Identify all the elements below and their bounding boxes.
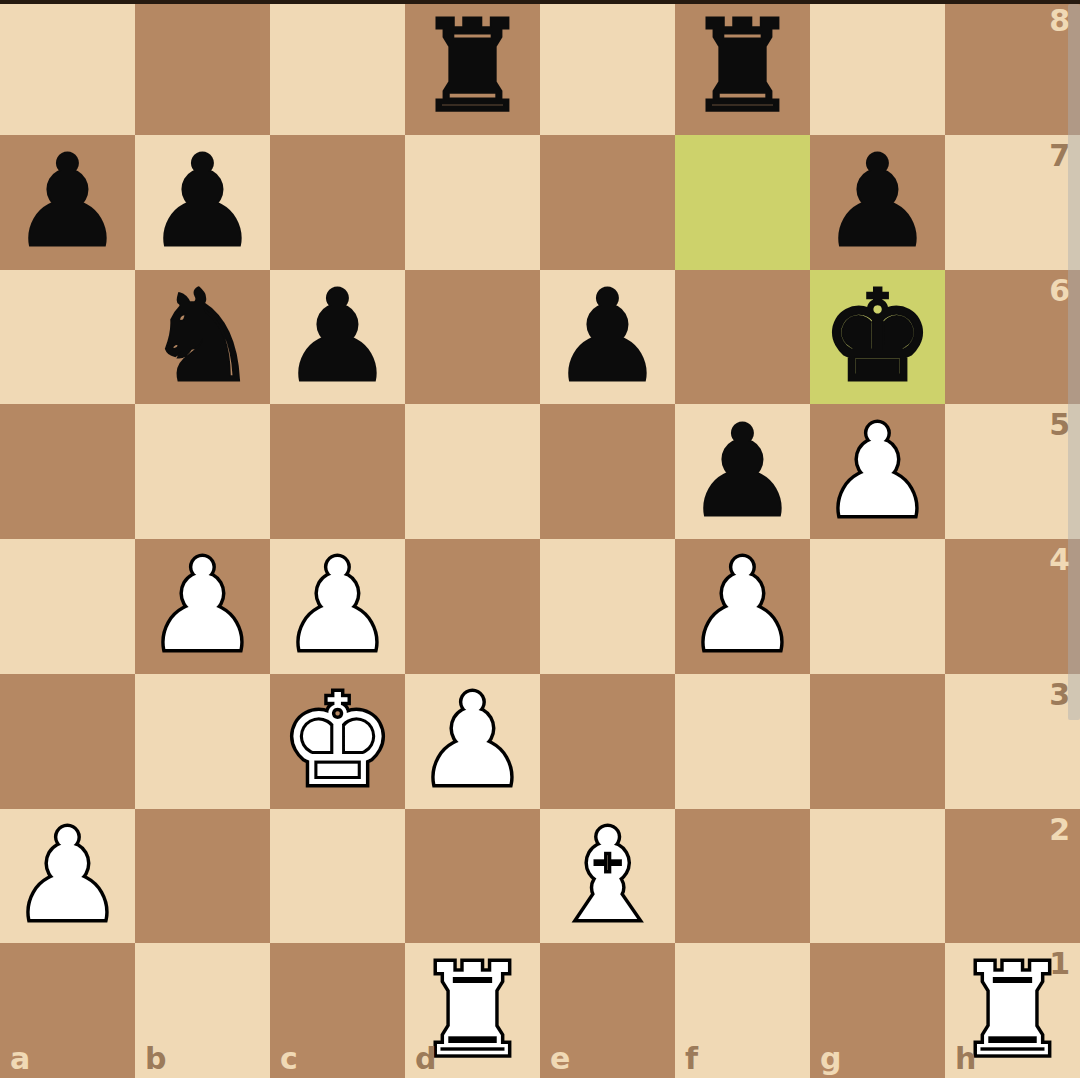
- square-b3[interactable]: [135, 674, 270, 809]
- square-h5[interactable]: 5: [945, 404, 1080, 539]
- square-h7[interactable]: 7: [945, 135, 1080, 270]
- black-pawn[interactable]: ♟♟: [135, 135, 270, 270]
- black-pawn[interactable]: ♟♟: [270, 270, 405, 405]
- square-a2[interactable]: ♟♟: [0, 809, 135, 944]
- square-c4[interactable]: ♟♟: [270, 539, 405, 674]
- square-a8[interactable]: [0, 0, 135, 135]
- square-f4[interactable]: ♟♟: [675, 539, 810, 674]
- coord-rank-8: 8: [1049, 6, 1070, 36]
- black-pawn-glyph: ♟: [540, 270, 675, 405]
- black-pawn-glyph: ♟: [270, 270, 405, 405]
- square-e2[interactable]: ♝♝: [540, 809, 675, 944]
- white-pawn-glyph: ♟: [270, 539, 405, 674]
- square-c3[interactable]: ♚♚: [270, 674, 405, 809]
- square-c2[interactable]: [270, 809, 405, 944]
- chess-app: ♜♜♜♜8♟♟♟♟♟♟7♞♞♟♟♟♟♚♚6♟♟♟♟5♟♟♟♟♟♟4♚♚♟♟3♟♟…: [0, 0, 1080, 1078]
- coord-file-b: b: [145, 1044, 166, 1074]
- square-c8[interactable]: [270, 0, 405, 135]
- square-h1[interactable]: ♜♜h1: [945, 943, 1080, 1078]
- square-b8[interactable]: [135, 0, 270, 135]
- white-pawn[interactable]: ♟♟: [270, 539, 405, 674]
- square-d8[interactable]: ♜♜: [405, 0, 540, 135]
- black-pawn[interactable]: ♟♟: [675, 404, 810, 539]
- white-pawn[interactable]: ♟♟: [0, 809, 135, 944]
- square-a7[interactable]: ♟♟: [0, 135, 135, 270]
- coord-rank-6: 6: [1049, 276, 1070, 306]
- black-knight-glyph: ♞: [135, 270, 270, 405]
- square-d7[interactable]: [405, 135, 540, 270]
- black-rook-glyph: ♜: [405, 0, 540, 135]
- chess-board: ♜♜♜♜8♟♟♟♟♟♟7♞♞♟♟♟♟♚♚6♟♟♟♟5♟♟♟♟♟♟4♚♚♟♟3♟♟…: [0, 0, 1080, 1078]
- black-king-glyph: ♚: [810, 270, 945, 405]
- square-e7[interactable]: [540, 135, 675, 270]
- coord-file-a: a: [10, 1044, 30, 1074]
- white-pawn-glyph: ♟: [810, 404, 945, 539]
- black-pawn[interactable]: ♟♟: [0, 135, 135, 270]
- black-pawn-glyph: ♟: [0, 135, 135, 270]
- square-d5[interactable]: [405, 404, 540, 539]
- square-f1[interactable]: f: [675, 943, 810, 1078]
- white-king[interactable]: ♚♚: [270, 674, 405, 809]
- square-h8[interactable]: 8: [945, 0, 1080, 135]
- white-pawn-glyph: ♟: [675, 539, 810, 674]
- square-b5[interactable]: [135, 404, 270, 539]
- black-pawn-glyph: ♟: [675, 404, 810, 539]
- white-rook-glyph: ♜: [405, 943, 540, 1078]
- white-rook-glyph: ♜: [945, 943, 1080, 1078]
- square-d2[interactable]: [405, 809, 540, 944]
- square-g3[interactable]: [810, 674, 945, 809]
- coord-rank-2: 2: [1049, 815, 1070, 845]
- square-c1[interactable]: c: [270, 943, 405, 1078]
- black-pawn-glyph: ♟: [810, 135, 945, 270]
- scrollbar-thumb[interactable]: [1068, 4, 1080, 720]
- white-rook[interactable]: ♜♜: [945, 943, 1080, 1078]
- square-h4[interactable]: 4: [945, 539, 1080, 674]
- square-g2[interactable]: [810, 809, 945, 944]
- coord-rank-5: 5: [1049, 410, 1070, 440]
- coord-file-e: e: [550, 1044, 570, 1074]
- white-bishop-glyph: ♝: [540, 809, 675, 944]
- square-f7[interactable]: [675, 135, 810, 270]
- square-h3[interactable]: 3: [945, 674, 1080, 809]
- square-a3[interactable]: [0, 674, 135, 809]
- square-f5[interactable]: ♟♟: [675, 404, 810, 539]
- top-edge-bar: [0, 0, 1080, 4]
- black-pawn[interactable]: ♟♟: [810, 135, 945, 270]
- square-d4[interactable]: [405, 539, 540, 674]
- square-f6[interactable]: [675, 270, 810, 405]
- coord-rank-3: 3: [1049, 680, 1070, 710]
- square-h2[interactable]: 2: [945, 809, 1080, 944]
- square-f2[interactable]: [675, 809, 810, 944]
- black-rook-glyph: ♜: [675, 0, 810, 135]
- square-g5[interactable]: ♟♟: [810, 404, 945, 539]
- white-bishop[interactable]: ♝♝: [540, 809, 675, 944]
- square-b6[interactable]: ♞♞: [135, 270, 270, 405]
- square-d6[interactable]: [405, 270, 540, 405]
- square-d1[interactable]: ♜♜d: [405, 943, 540, 1078]
- white-pawn[interactable]: ♟♟: [135, 539, 270, 674]
- black-knight[interactable]: ♞♞: [135, 270, 270, 405]
- square-a6[interactable]: [0, 270, 135, 405]
- coord-file-f: f: [685, 1044, 698, 1074]
- square-e8[interactable]: [540, 0, 675, 135]
- white-rook[interactable]: ♜♜: [405, 943, 540, 1078]
- square-b4[interactable]: ♟♟: [135, 539, 270, 674]
- square-c5[interactable]: [270, 404, 405, 539]
- square-h6[interactable]: 6: [945, 270, 1080, 405]
- square-f8[interactable]: ♜♜: [675, 0, 810, 135]
- square-g4[interactable]: [810, 539, 945, 674]
- black-king[interactable]: ♚♚: [810, 270, 945, 405]
- square-e5[interactable]: [540, 404, 675, 539]
- white-pawn[interactable]: ♟♟: [405, 674, 540, 809]
- square-d3[interactable]: ♟♟: [405, 674, 540, 809]
- square-g6[interactable]: ♚♚: [810, 270, 945, 405]
- square-b1[interactable]: b: [135, 943, 270, 1078]
- white-pawn-glyph: ♟: [135, 539, 270, 674]
- white-pawn-glyph: ♟: [405, 674, 540, 809]
- coord-file-c: c: [280, 1044, 298, 1074]
- square-b2[interactable]: [135, 809, 270, 944]
- coord-rank-7: 7: [1049, 141, 1070, 171]
- black-rook[interactable]: ♜♜: [675, 0, 810, 135]
- square-c6[interactable]: ♟♟: [270, 270, 405, 405]
- square-a4[interactable]: [0, 539, 135, 674]
- square-g7[interactable]: ♟♟: [810, 135, 945, 270]
- square-a5[interactable]: [0, 404, 135, 539]
- white-pawn-glyph: ♟: [0, 809, 135, 944]
- black-pawn-glyph: ♟: [135, 135, 270, 270]
- white-pawn[interactable]: ♟♟: [810, 404, 945, 539]
- square-e3[interactable]: [540, 674, 675, 809]
- square-f3[interactable]: [675, 674, 810, 809]
- square-g1[interactable]: g: [810, 943, 945, 1078]
- square-g8[interactable]: [810, 0, 945, 135]
- coord-file-g: g: [820, 1044, 841, 1074]
- white-pawn[interactable]: ♟♟: [675, 539, 810, 674]
- square-b7[interactable]: ♟♟: [135, 135, 270, 270]
- square-e4[interactable]: [540, 539, 675, 674]
- square-c7[interactable]: [270, 135, 405, 270]
- square-e1[interactable]: e: [540, 943, 675, 1078]
- white-king-glyph: ♚: [270, 674, 405, 809]
- square-e6[interactable]: ♟♟: [540, 270, 675, 405]
- black-pawn[interactable]: ♟♟: [540, 270, 675, 405]
- coord-rank-4: 4: [1049, 545, 1070, 575]
- square-a1[interactable]: a: [0, 943, 135, 1078]
- black-rook[interactable]: ♜♜: [405, 0, 540, 135]
